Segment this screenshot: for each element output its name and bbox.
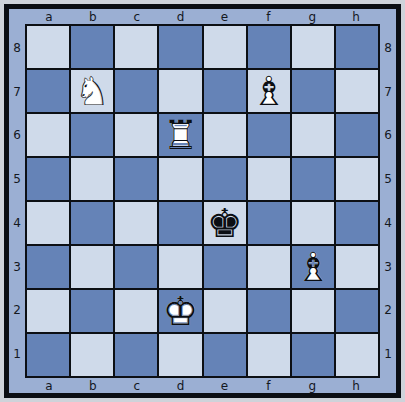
piece-black-king[interactable]: ♚ — [207, 203, 243, 243]
square-e8[interactable] — [204, 26, 246, 68]
square-f7[interactable]: ♝♗ — [248, 70, 290, 112]
square-c7[interactable] — [115, 70, 157, 112]
rank-label-4: 4 — [9, 201, 25, 245]
square-c8[interactable] — [115, 26, 157, 68]
file-label-b: b — [71, 9, 115, 24]
corner-top-left — [9, 9, 25, 24]
rank-label-8: 8 — [9, 26, 25, 70]
file-label-e: e — [203, 378, 247, 393]
file-label-d: d — [159, 9, 203, 24]
file-label-d: d — [159, 378, 203, 393]
square-a6[interactable] — [27, 114, 69, 156]
board-frame: abcdefgh 87654321 ♞♘♝♗♜♖♚♝♗♚♔ 87654321 a… — [4, 4, 401, 398]
square-f8[interactable] — [248, 26, 290, 68]
chess-diagram: abcdefgh 87654321 ♞♘♝♗♜♖♚♝♗♚♔ 87654321 a… — [0, 0, 405, 402]
file-label-h: h — [334, 9, 378, 24]
square-e4[interactable]: ♚ — [204, 202, 246, 244]
file-label-e: e — [203, 9, 247, 24]
rook-outline-layer: ♖ — [163, 114, 199, 156]
rank-label-8: 8 — [380, 26, 396, 70]
square-a3[interactable] — [27, 246, 69, 288]
square-d7[interactable] — [159, 70, 201, 112]
square-f4[interactable] — [248, 202, 290, 244]
rank-labels-left: 87654321 — [9, 24, 25, 378]
corner-top-right — [380, 9, 396, 24]
file-labels-top: abcdefgh — [25, 9, 380, 24]
square-f1[interactable] — [248, 334, 290, 376]
square-c4[interactable] — [115, 202, 157, 244]
square-h3[interactable] — [336, 246, 378, 288]
square-a2[interactable] — [27, 290, 69, 332]
square-h4[interactable] — [336, 202, 378, 244]
bishop-outline-layer: ♗ — [251, 70, 287, 112]
file-label-g: g — [290, 378, 334, 393]
square-f2[interactable] — [248, 290, 290, 332]
square-c3[interactable] — [115, 246, 157, 288]
rank-label-6: 6 — [380, 114, 396, 158]
square-b7[interactable]: ♞♘ — [71, 70, 113, 112]
square-d8[interactable] — [159, 26, 201, 68]
square-g8[interactable] — [292, 26, 334, 68]
square-e1[interactable] — [204, 334, 246, 376]
square-e2[interactable] — [204, 290, 246, 332]
file-label-g: g — [290, 9, 334, 24]
rank-label-7: 7 — [380, 70, 396, 114]
rank-label-7: 7 — [9, 70, 25, 114]
piece-white-bishop[interactable]: ♝♗ — [295, 247, 331, 287]
corner-bottom-right — [380, 378, 396, 393]
square-d4[interactable] — [159, 202, 201, 244]
file-label-f: f — [246, 378, 290, 393]
king-outline-layer: ♔ — [163, 290, 199, 332]
square-g5[interactable] — [292, 158, 334, 200]
rank-label-3: 3 — [380, 245, 396, 289]
file-label-c: c — [115, 9, 159, 24]
piece-white-rook[interactable]: ♜♖ — [163, 115, 199, 155]
rank-label-4: 4 — [380, 201, 396, 245]
square-h2[interactable] — [336, 290, 378, 332]
piece-white-bishop[interactable]: ♝♗ — [251, 71, 287, 111]
file-label-a: a — [27, 378, 71, 393]
square-b5[interactable] — [71, 158, 113, 200]
square-a7[interactable] — [27, 70, 69, 112]
board-inner: abcdefgh 87654321 ♞♘♝♗♜♖♚♝♗♚♔ 87654321 a… — [9, 9, 396, 393]
file-labels-bottom: abcdefgh — [25, 378, 380, 393]
square-c1[interactable] — [115, 334, 157, 376]
square-e3[interactable] — [204, 246, 246, 288]
rank-label-1: 1 — [9, 332, 25, 376]
square-g6[interactable] — [292, 114, 334, 156]
square-b3[interactable] — [71, 246, 113, 288]
rank-label-1: 1 — [380, 332, 396, 376]
square-h1[interactable] — [336, 334, 378, 376]
square-f5[interactable] — [248, 158, 290, 200]
file-label-c: c — [115, 378, 159, 393]
file-label-a: a — [27, 9, 71, 24]
square-g1[interactable] — [292, 334, 334, 376]
piece-white-king[interactable]: ♚♔ — [163, 291, 199, 331]
piece-white-knight[interactable]: ♞♘ — [74, 71, 110, 111]
square-f3[interactable] — [248, 246, 290, 288]
square-h5[interactable] — [336, 158, 378, 200]
square-d5[interactable] — [159, 158, 201, 200]
corner-bottom-left — [9, 378, 25, 393]
square-g4[interactable] — [292, 202, 334, 244]
square-h6[interactable] — [336, 114, 378, 156]
square-g2[interactable] — [292, 290, 334, 332]
square-d3[interactable] — [159, 246, 201, 288]
square-b8[interactable] — [71, 26, 113, 68]
rank-label-2: 2 — [380, 289, 396, 333]
king-solid-layer: ♚ — [207, 202, 243, 244]
square-c5[interactable] — [115, 158, 157, 200]
square-g3[interactable]: ♝♗ — [292, 246, 334, 288]
square-a4[interactable] — [27, 202, 69, 244]
square-b1[interactable] — [71, 334, 113, 376]
square-d6[interactable]: ♜♖ — [159, 114, 201, 156]
square-d2[interactable]: ♚♔ — [159, 290, 201, 332]
square-a8[interactable] — [27, 26, 69, 68]
square-b6[interactable] — [71, 114, 113, 156]
file-label-h: h — [334, 378, 378, 393]
square-e6[interactable] — [204, 114, 246, 156]
square-e5[interactable] — [204, 158, 246, 200]
square-g7[interactable] — [292, 70, 334, 112]
square-b4[interactable] — [71, 202, 113, 244]
rank-label-5: 5 — [9, 157, 25, 201]
file-label-f: f — [246, 9, 290, 24]
square-d1[interactable] — [159, 334, 201, 376]
square-h8[interactable] — [336, 26, 378, 68]
chess-board: ♞♘♝♗♜♖♚♝♗♚♔ — [25, 24, 380, 378]
square-h7[interactable] — [336, 70, 378, 112]
rank-label-5: 5 — [380, 157, 396, 201]
square-f6[interactable] — [248, 114, 290, 156]
square-a5[interactable] — [27, 158, 69, 200]
square-c2[interactable] — [115, 290, 157, 332]
square-c6[interactable] — [115, 114, 157, 156]
square-a1[interactable] — [27, 334, 69, 376]
square-b2[interactable] — [71, 290, 113, 332]
rank-label-3: 3 — [9, 245, 25, 289]
rank-labels-right: 87654321 — [380, 24, 396, 378]
square-e7[interactable] — [204, 70, 246, 112]
knight-outline-layer: ♘ — [74, 70, 110, 112]
rank-label-6: 6 — [9, 114, 25, 158]
file-label-b: b — [71, 378, 115, 393]
rank-label-2: 2 — [9, 289, 25, 333]
bishop-outline-layer: ♗ — [295, 246, 331, 288]
